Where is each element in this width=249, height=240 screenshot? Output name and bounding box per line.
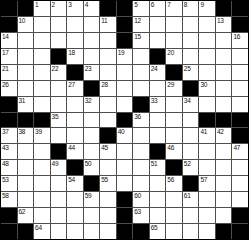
black-cell-0-0 — [1, 1, 17, 16]
clue-number-9: 9 — [200, 1, 203, 9]
cell-9-1[interactable] — [18, 144, 34, 159]
cell-8-12[interactable]: 41 — [199, 128, 215, 143]
clue-number-53: 53 — [2, 176, 9, 184]
clue-number-62: 62 — [19, 208, 26, 216]
clue-number-6: 6 — [151, 1, 154, 9]
cell-6-4[interactable] — [67, 97, 83, 112]
cell-12-13[interactable] — [216, 192, 232, 207]
cell-8-5[interactable] — [84, 128, 100, 143]
cell-9-6[interactable]: 45 — [100, 144, 116, 159]
clue-number-17: 17 — [2, 49, 9, 57]
clue-number-63: 63 — [134, 208, 141, 216]
cell-5-6[interactable]: 28 — [100, 81, 116, 96]
cell-1-8[interactable]: 12 — [133, 17, 149, 32]
black-cell-7-7 — [117, 113, 133, 128]
cell-12-9[interactable] — [150, 192, 166, 207]
black-cell-5-5 — [84, 81, 100, 96]
black-cell-8-6 — [100, 128, 116, 143]
clue-number-57: 57 — [200, 176, 207, 184]
clue-number-46: 46 — [167, 144, 174, 152]
cell-2-3[interactable] — [51, 33, 67, 48]
black-cell-6-8 — [133, 97, 149, 112]
cell-8-1[interactable]: 38 — [18, 128, 34, 143]
black-cell-0-1 — [18, 1, 34, 16]
black-cell-7-1 — [18, 113, 34, 128]
clue-number-5: 5 — [134, 1, 137, 9]
clue-number-64: 64 — [35, 224, 42, 232]
cell-12-6[interactable] — [100, 192, 116, 207]
cell-4-6[interactable] — [100, 65, 116, 80]
cell-3-10[interactable]: 20 — [166, 49, 182, 64]
cell-2-2[interactable] — [34, 33, 50, 48]
cell-10-8[interactable] — [133, 160, 149, 175]
cell-5-1[interactable] — [18, 81, 34, 96]
cell-5-9[interactable] — [150, 81, 166, 96]
black-cell-14-1 — [18, 224, 34, 239]
cell-13-8[interactable]: 63 — [133, 208, 149, 223]
black-cell-7-2 — [34, 113, 50, 128]
cell-5-2[interactable] — [34, 81, 50, 96]
cell-3-8[interactable] — [133, 49, 149, 64]
clue-number-42: 42 — [217, 128, 224, 136]
cell-14-9[interactable]: 65 — [150, 224, 166, 239]
cell-11-6[interactable]: 55 — [100, 176, 116, 191]
cell-9-13[interactable] — [216, 144, 232, 159]
black-cell-3-3 — [51, 49, 67, 64]
cell-3-13[interactable] — [216, 49, 232, 64]
black-cell-7-13 — [216, 113, 232, 128]
cell-4-14[interactable] — [232, 65, 248, 80]
cell-13-5[interactable] — [84, 208, 100, 223]
cell-13-11[interactable] — [183, 208, 199, 223]
cell-0-12[interactable]: 9 — [199, 1, 215, 16]
cell-11-8[interactable] — [133, 176, 149, 191]
cell-9-7[interactable] — [117, 144, 133, 159]
cell-2-13[interactable] — [216, 33, 232, 48]
cell-2-1[interactable] — [18, 33, 34, 48]
cell-1-2[interactable] — [34, 17, 50, 32]
cell-1-5[interactable] — [84, 17, 100, 32]
cell-3-0[interactable]: 17 — [1, 49, 17, 64]
cell-12-11[interactable]: 61 — [183, 192, 199, 207]
clue-number-7: 7 — [167, 1, 170, 9]
clue-number-10: 10 — [19, 17, 26, 25]
cell-6-5[interactable]: 32 — [84, 97, 100, 112]
cell-0-2[interactable]: 1 — [34, 1, 50, 16]
clue-number-28: 28 — [101, 81, 108, 89]
clue-number-36: 36 — [134, 113, 141, 121]
black-cell-9-9 — [150, 144, 166, 159]
cell-9-14[interactable]: 47 — [232, 144, 248, 159]
black-cell-9-3 — [51, 144, 67, 159]
cell-10-3[interactable]: 49 — [51, 160, 67, 175]
cell-2-5[interactable] — [84, 33, 100, 48]
cell-2-8[interactable]: 15 — [133, 33, 149, 48]
cell-8-10[interactable] — [166, 128, 182, 143]
cell-11-10[interactable]: 56 — [166, 176, 182, 191]
black-cell-1-7 — [117, 17, 133, 32]
clue-number-30: 30 — [200, 81, 207, 89]
cell-10-13[interactable] — [216, 160, 232, 175]
cell-13-6[interactable] — [100, 208, 116, 223]
cell-6-11[interactable]: 34 — [183, 97, 199, 112]
cell-14-3[interactable] — [51, 224, 67, 239]
cell-8-8[interactable] — [133, 128, 149, 143]
black-cell-0-14 — [232, 1, 248, 16]
cell-9-0[interactable]: 43 — [1, 144, 17, 159]
cell-6-12[interactable] — [199, 97, 215, 112]
cell-13-2[interactable] — [34, 208, 50, 223]
clue-number-65: 65 — [151, 224, 158, 232]
cell-9-8[interactable] — [133, 144, 149, 159]
black-cell-10-10 — [166, 160, 182, 175]
black-cell-14-0 — [1, 224, 17, 239]
cell-14-2[interactable]: 64 — [34, 224, 50, 239]
clue-number-16: 16 — [233, 33, 240, 41]
clue-number-61: 61 — [184, 192, 191, 200]
cell-12-3[interactable] — [51, 192, 67, 207]
cell-10-11[interactable]: 52 — [183, 160, 199, 175]
cell-9-12[interactable] — [199, 144, 215, 159]
black-cell-1-14 — [232, 17, 248, 32]
black-cell-13-7 — [117, 208, 133, 223]
clue-number-60: 60 — [134, 192, 141, 200]
cell-11-9[interactable] — [150, 176, 166, 191]
cell-9-10[interactable]: 46 — [166, 144, 182, 159]
cell-3-14[interactable] — [232, 49, 248, 64]
cell-12-5[interactable]: 59 — [84, 192, 100, 207]
clue-number-22: 22 — [52, 65, 59, 73]
cell-12-8[interactable]: 60 — [133, 192, 149, 207]
clue-number-29: 29 — [167, 81, 174, 89]
clue-number-38: 38 — [19, 128, 26, 136]
clue-number-3: 3 — [68, 1, 71, 9]
cell-10-5[interactable]: 50 — [84, 160, 100, 175]
clue-number-54: 54 — [68, 176, 75, 184]
clue-number-1: 1 — [35, 1, 38, 9]
clue-number-51: 51 — [151, 160, 158, 168]
cell-8-7[interactable]: 40 — [117, 128, 133, 143]
cell-10-0[interactable]: 48 — [1, 160, 17, 175]
cell-5-10[interactable]: 29 — [166, 81, 182, 96]
clue-number-35: 35 — [52, 113, 59, 121]
cell-12-12[interactable] — [199, 192, 215, 207]
clue-number-39: 39 — [35, 128, 42, 136]
cell-0-11[interactable]: 8 — [183, 1, 199, 16]
clue-number-32: 32 — [85, 97, 92, 105]
cell-8-11[interactable] — [183, 128, 199, 143]
cell-10-2[interactable] — [34, 160, 50, 175]
cell-12-14[interactable] — [232, 192, 248, 207]
clue-number-27: 27 — [68, 81, 75, 89]
cell-4-13[interactable] — [216, 65, 232, 80]
clue-number-34: 34 — [184, 97, 191, 105]
cell-11-1[interactable] — [18, 176, 34, 191]
cell-10-12[interactable] — [199, 160, 215, 175]
cell-6-10[interactable] — [166, 97, 182, 112]
cell-5-7[interactable] — [117, 81, 133, 96]
clue-number-8: 8 — [184, 1, 187, 9]
cell-2-11[interactable] — [183, 33, 199, 48]
black-cell-6-0 — [1, 97, 17, 112]
clue-number-21: 21 — [2, 65, 9, 73]
cell-3-11[interactable] — [183, 49, 199, 64]
cell-7-6[interactable] — [100, 113, 116, 128]
cell-14-6[interactable] — [100, 224, 116, 239]
black-cell-8-14 — [232, 128, 248, 143]
black-cell-0-6 — [100, 1, 116, 16]
cell-1-9[interactable] — [150, 17, 166, 32]
cell-7-10[interactable] — [166, 113, 182, 128]
cell-12-10[interactable] — [166, 192, 182, 207]
cell-2-6[interactable] — [100, 33, 116, 48]
clue-number-18: 18 — [68, 49, 75, 57]
black-cell-3-9 — [150, 49, 166, 64]
clue-number-40: 40 — [118, 128, 125, 136]
cell-4-0[interactable]: 21 — [1, 65, 17, 80]
clue-number-58: 58 — [2, 192, 9, 200]
cell-7-3[interactable]: 35 — [51, 113, 67, 128]
clue-number-47: 47 — [233, 144, 240, 152]
cell-7-8[interactable]: 36 — [133, 113, 149, 128]
cell-4-11[interactable]: 25 — [183, 65, 199, 80]
clue-number-26: 26 — [2, 81, 9, 89]
clue-number-33: 33 — [151, 97, 158, 105]
cell-6-9[interactable]: 33 — [150, 97, 166, 112]
cell-6-1[interactable]: 31 — [18, 97, 34, 112]
cell-8-9[interactable] — [150, 128, 166, 143]
cell-14-12[interactable] — [199, 224, 215, 239]
cell-2-9[interactable] — [150, 33, 166, 48]
black-cell-11-11 — [183, 176, 199, 191]
crossword-grid: 1234567891011121314151617181920212223242… — [0, 0, 249, 240]
clue-number-50: 50 — [85, 160, 92, 168]
cell-1-10[interactable] — [166, 17, 182, 32]
cell-0-3[interactable]: 2 — [51, 1, 67, 16]
clue-number-24: 24 — [151, 65, 158, 73]
black-cell-14-14 — [232, 224, 248, 239]
cell-2-4[interactable] — [67, 33, 83, 48]
cell-6-13[interactable] — [216, 97, 232, 112]
cell-10-6[interactable] — [100, 160, 116, 175]
cell-12-4[interactable] — [67, 192, 83, 207]
cell-4-1[interactable] — [18, 65, 34, 80]
cell-4-7[interactable] — [117, 65, 133, 80]
cell-2-10[interactable] — [166, 33, 182, 48]
cell-5-8[interactable] — [133, 81, 149, 96]
cell-1-1[interactable]: 10 — [18, 17, 34, 32]
cell-5-0[interactable]: 26 — [1, 81, 17, 96]
cell-11-14[interactable] — [232, 176, 248, 191]
cell-0-5[interactable]: 4 — [84, 1, 100, 16]
cell-1-12[interactable] — [199, 17, 215, 32]
cell-2-14[interactable]: 16 — [232, 33, 248, 48]
cell-1-11[interactable] — [183, 17, 199, 32]
cell-4-9[interactable]: 24 — [150, 65, 166, 80]
clue-number-52: 52 — [184, 160, 191, 168]
cell-13-13[interactable] — [216, 208, 232, 223]
black-cell-1-0 — [1, 17, 17, 32]
cell-10-7[interactable] — [117, 160, 133, 175]
cell-3-1[interactable] — [18, 49, 34, 64]
clue-number-20: 20 — [167, 49, 174, 57]
cell-9-5[interactable] — [84, 144, 100, 159]
cell-14-4[interactable] — [67, 224, 83, 239]
cell-0-4[interactable]: 3 — [67, 1, 83, 16]
cell-8-4[interactable] — [67, 128, 83, 143]
cell-4-3[interactable]: 22 — [51, 65, 67, 80]
cell-5-12[interactable]: 30 — [199, 81, 215, 96]
clue-number-19: 19 — [118, 49, 125, 57]
clue-number-49: 49 — [52, 160, 59, 168]
cell-13-3[interactable] — [51, 208, 67, 223]
cell-8-3[interactable] — [51, 128, 67, 143]
clue-number-13: 13 — [217, 17, 224, 25]
clue-number-48: 48 — [2, 160, 9, 168]
cell-12-2[interactable] — [34, 192, 50, 207]
black-cell-4-10 — [166, 65, 182, 80]
clue-number-23: 23 — [85, 65, 92, 73]
black-cell-7-12 — [199, 113, 215, 128]
cell-11-7[interactable] — [117, 176, 133, 191]
cell-6-3[interactable] — [51, 97, 67, 112]
cell-1-4[interactable] — [67, 17, 83, 32]
clue-number-43: 43 — [2, 144, 9, 152]
cell-10-1[interactable] — [18, 160, 34, 175]
cell-3-7[interactable]: 19 — [117, 49, 133, 64]
cell-3-4[interactable]: 18 — [67, 49, 83, 64]
cell-2-0[interactable]: 14 — [1, 33, 17, 48]
clue-number-14: 14 — [2, 33, 9, 41]
cell-7-5[interactable] — [84, 113, 100, 128]
black-cell-0-7 — [117, 1, 133, 16]
cell-2-12[interactable] — [199, 33, 215, 48]
cell-12-1[interactable] — [18, 192, 34, 207]
cell-3-12[interactable] — [199, 49, 215, 64]
clue-number-2: 2 — [52, 1, 55, 9]
black-cell-2-7 — [117, 33, 133, 48]
cell-3-6[interactable] — [100, 49, 116, 64]
cell-7-9[interactable] — [150, 113, 166, 128]
black-cell-13-14 — [232, 208, 248, 223]
clue-number-41: 41 — [200, 128, 207, 136]
clue-number-31: 31 — [19, 97, 26, 105]
black-cell-14-13 — [216, 224, 232, 239]
cell-5-14[interactable] — [232, 81, 248, 96]
cell-0-10[interactable]: 7 — [166, 1, 182, 16]
cell-13-10[interactable] — [166, 208, 182, 223]
cell-4-8[interactable] — [133, 65, 149, 80]
black-cell-10-4 — [67, 160, 83, 175]
clue-number-45: 45 — [101, 144, 108, 152]
cell-6-2[interactable] — [34, 97, 50, 112]
black-cell-4-4 — [67, 65, 83, 80]
black-cell-0-13 — [216, 1, 232, 16]
clue-number-59: 59 — [85, 192, 92, 200]
clue-number-44: 44 — [68, 144, 75, 152]
cell-13-9[interactable] — [150, 208, 166, 223]
cell-9-11[interactable] — [183, 144, 199, 159]
cell-10-14[interactable] — [232, 160, 248, 175]
cell-8-2[interactable]: 39 — [34, 128, 50, 143]
black-cell-7-14 — [232, 113, 248, 128]
cell-13-1[interactable]: 62 — [18, 208, 34, 223]
clue-number-25: 25 — [184, 65, 191, 73]
clue-number-15: 15 — [134, 33, 141, 41]
cell-6-14[interactable] — [232, 97, 248, 112]
cell-4-2[interactable] — [34, 65, 50, 80]
cell-3-2[interactable] — [34, 49, 50, 64]
cell-11-3[interactable] — [51, 176, 67, 191]
cell-11-12[interactable]: 57 — [199, 176, 215, 191]
cell-5-4[interactable]: 27 — [67, 81, 83, 96]
cell-11-0[interactable]: 53 — [1, 176, 17, 191]
black-cell-14-7 — [117, 224, 133, 239]
cell-7-4[interactable] — [67, 113, 83, 128]
cell-4-12[interactable] — [199, 65, 215, 80]
cell-10-9[interactable]: 51 — [150, 160, 166, 175]
cell-11-2[interactable] — [34, 176, 50, 191]
clue-number-12: 12 — [134, 17, 141, 25]
cell-6-7[interactable] — [117, 97, 133, 112]
cell-11-13[interactable] — [216, 176, 232, 191]
cell-12-0[interactable]: 58 — [1, 192, 17, 207]
black-cell-12-7 — [117, 192, 133, 207]
cell-13-4[interactable] — [67, 208, 83, 223]
cell-1-6[interactable]: 11 — [100, 17, 116, 32]
black-cell-5-11 — [183, 81, 199, 96]
cell-5-13[interactable] — [216, 81, 232, 96]
clue-number-55: 55 — [101, 176, 108, 184]
cell-14-5[interactable] — [84, 224, 100, 239]
cell-6-6[interactable] — [100, 97, 116, 112]
cell-1-13[interactable]: 13 — [216, 17, 232, 32]
clue-number-56: 56 — [167, 176, 174, 184]
cell-9-4[interactable]: 44 — [67, 144, 83, 159]
cell-3-5[interactable] — [84, 49, 100, 64]
black-cell-7-0 — [1, 113, 17, 128]
cell-14-10[interactable] — [166, 224, 182, 239]
black-cell-11-5 — [84, 176, 100, 191]
cell-5-3[interactable] — [51, 81, 67, 96]
clue-number-11: 11 — [101, 17, 107, 25]
cell-7-11[interactable] — [183, 113, 199, 128]
black-cell-14-8 — [133, 224, 149, 239]
cell-8-13[interactable]: 42 — [216, 128, 232, 143]
cell-14-11[interactable] — [183, 224, 199, 239]
black-cell-13-0 — [1, 208, 17, 223]
cell-13-12[interactable] — [199, 208, 215, 223]
cell-8-0[interactable]: 37 — [1, 128, 17, 143]
cell-11-4[interactable]: 54 — [67, 176, 83, 191]
cell-0-9[interactable]: 6 — [150, 1, 166, 16]
cell-9-2[interactable] — [34, 144, 50, 159]
cell-1-3[interactable] — [51, 17, 67, 32]
clue-number-37: 37 — [2, 128, 9, 136]
clue-number-4: 4 — [85, 1, 88, 9]
cell-0-8[interactable]: 5 — [133, 1, 149, 16]
cell-4-5[interactable]: 23 — [84, 65, 100, 80]
